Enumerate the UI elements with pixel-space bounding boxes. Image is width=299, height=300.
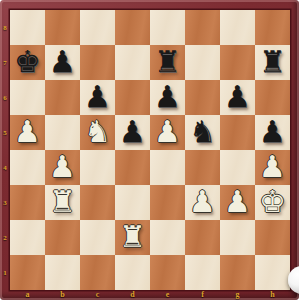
square-f3[interactable]: ♟: [185, 185, 220, 220]
square-h7[interactable]: ♜: [255, 45, 290, 80]
square-b7[interactable]: ♟: [45, 45, 80, 80]
square-g6[interactable]: ♟: [220, 80, 255, 115]
square-c5[interactable]: ♞: [80, 115, 115, 150]
piece-black-pawn[interactable]: ♟: [119, 117, 146, 147]
piece-black-rook[interactable]: ♜: [154, 47, 181, 77]
rank-label-3: 3: [0, 185, 10, 220]
square-e7[interactable]: ♜: [150, 45, 185, 80]
square-a4[interactable]: [10, 150, 45, 185]
rank-label-7: 7: [0, 45, 10, 80]
piece-white-pawn[interactable]: ♟: [154, 117, 181, 147]
square-b5[interactable]: [45, 115, 80, 150]
file-label-c: c: [80, 289, 115, 300]
piece-black-pawn[interactable]: ♟: [49, 47, 76, 77]
square-c3[interactable]: [80, 185, 115, 220]
chess-board: ♚♟♜♜♟♟♟♟♞♟♟♞♟♟♟♜♟♟♚♜: [10, 10, 290, 290]
rank-label-2: 2: [0, 220, 10, 255]
square-c2[interactable]: [80, 220, 115, 255]
square-a1[interactable]: [10, 255, 45, 290]
rank-labels: 87654321: [0, 10, 10, 290]
file-label-b: b: [45, 289, 80, 300]
square-c1[interactable]: [80, 255, 115, 290]
square-h8[interactable]: [255, 10, 290, 45]
file-label-a: a: [10, 289, 45, 300]
rank-label-5: 5: [0, 115, 10, 150]
piece-black-pawn[interactable]: ♟: [84, 82, 111, 112]
square-b2[interactable]: [45, 220, 80, 255]
rank-label-1: 1: [0, 255, 10, 290]
rank-label-8: 8: [0, 10, 10, 45]
square-c4[interactable]: [80, 150, 115, 185]
square-e1[interactable]: [150, 255, 185, 290]
square-h5[interactable]: ♟: [255, 115, 290, 150]
file-label-g: g: [220, 289, 255, 300]
piece-black-pawn[interactable]: ♟: [224, 82, 251, 112]
square-b8[interactable]: [45, 10, 80, 45]
board-frame: 87654321 ♚♟♜♜♟♟♟♟♞♟♟♞♟♟♟♜♟♟♚♜ abcdefgh: [0, 0, 299, 300]
square-b3[interactable]: ♜: [45, 185, 80, 220]
square-f1[interactable]: [185, 255, 220, 290]
piece-white-pawn[interactable]: ♟: [49, 152, 76, 182]
square-b4[interactable]: ♟: [45, 150, 80, 185]
square-f8[interactable]: [185, 10, 220, 45]
piece-white-pawn[interactable]: ♟: [224, 187, 251, 217]
piece-white-pawn[interactable]: ♟: [259, 152, 286, 182]
square-b6[interactable]: [45, 80, 80, 115]
piece-black-pawn[interactable]: ♟: [259, 117, 286, 147]
square-f6[interactable]: [185, 80, 220, 115]
square-g1[interactable]: [220, 255, 255, 290]
square-f5[interactable]: ♞: [185, 115, 220, 150]
square-e2[interactable]: [150, 220, 185, 255]
square-e8[interactable]: [150, 10, 185, 45]
square-a7[interactable]: ♚: [10, 45, 45, 80]
square-b1[interactable]: [45, 255, 80, 290]
piece-white-knight[interactable]: ♞: [84, 117, 111, 147]
file-label-d: d: [115, 289, 150, 300]
square-d3[interactable]: [115, 185, 150, 220]
square-a3[interactable]: [10, 185, 45, 220]
piece-white-rook[interactable]: ♜: [49, 187, 76, 217]
square-f2[interactable]: [185, 220, 220, 255]
square-d4[interactable]: [115, 150, 150, 185]
square-e3[interactable]: [150, 185, 185, 220]
piece-white-rook[interactable]: ♜: [119, 222, 146, 252]
file-label-f: f: [185, 289, 220, 300]
square-a5[interactable]: ♟: [10, 115, 45, 150]
square-c6[interactable]: ♟: [80, 80, 115, 115]
square-h3[interactable]: ♚: [255, 185, 290, 220]
square-c7[interactable]: [80, 45, 115, 80]
piece-black-knight[interactable]: ♞: [189, 117, 216, 147]
square-a2[interactable]: [10, 220, 45, 255]
square-d6[interactable]: [115, 80, 150, 115]
square-e5[interactable]: ♟: [150, 115, 185, 150]
square-g8[interactable]: [220, 10, 255, 45]
square-f4[interactable]: [185, 150, 220, 185]
square-g2[interactable]: [220, 220, 255, 255]
piece-black-pawn[interactable]: ♟: [154, 82, 181, 112]
piece-white-king[interactable]: ♚: [259, 187, 286, 217]
piece-black-king[interactable]: ♚: [14, 47, 41, 77]
square-g5[interactable]: [220, 115, 255, 150]
square-g7[interactable]: [220, 45, 255, 80]
square-h4[interactable]: ♟: [255, 150, 290, 185]
square-a6[interactable]: [10, 80, 45, 115]
piece-white-pawn[interactable]: ♟: [189, 187, 216, 217]
file-label-h: h: [255, 289, 290, 300]
square-g3[interactable]: ♟: [220, 185, 255, 220]
file-labels: abcdefgh: [10, 289, 290, 300]
piece-white-pawn[interactable]: ♟: [14, 117, 41, 147]
square-f7[interactable]: [185, 45, 220, 80]
square-c8[interactable]: [80, 10, 115, 45]
square-e6[interactable]: ♟: [150, 80, 185, 115]
square-d1[interactable]: [115, 255, 150, 290]
square-g4[interactable]: [220, 150, 255, 185]
square-h6[interactable]: [255, 80, 290, 115]
file-label-e: e: [150, 289, 185, 300]
rank-label-6: 6: [0, 80, 10, 115]
square-d8[interactable]: [115, 10, 150, 45]
square-e4[interactable]: [150, 150, 185, 185]
square-d5[interactable]: ♟: [115, 115, 150, 150]
square-d2[interactable]: ♜: [115, 220, 150, 255]
square-h1[interactable]: [255, 255, 290, 290]
square-d7[interactable]: [115, 45, 150, 80]
square-a8[interactable]: [10, 10, 45, 45]
square-h2[interactable]: [255, 220, 290, 255]
rank-label-4: 4: [0, 150, 10, 185]
piece-black-rook[interactable]: ♜: [259, 47, 286, 77]
